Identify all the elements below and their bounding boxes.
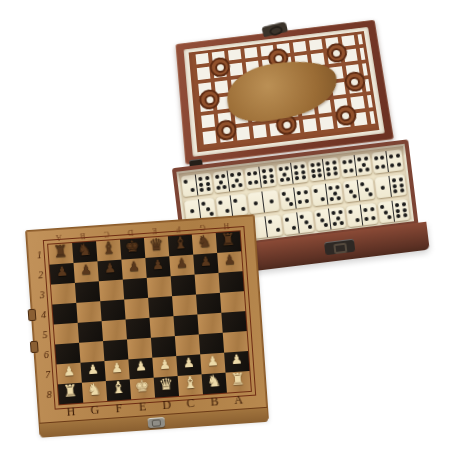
domino-half-3 <box>297 211 314 234</box>
rosette-icon <box>334 104 358 127</box>
pip <box>253 201 257 205</box>
pip <box>282 172 286 176</box>
pip <box>298 200 302 204</box>
pip <box>355 218 359 222</box>
square-f6 <box>103 339 128 361</box>
light-pawn-piece: ♟ <box>182 354 195 373</box>
pip <box>219 180 223 184</box>
pip <box>349 168 353 172</box>
square-b4 <box>196 293 221 315</box>
pip <box>216 185 220 189</box>
pip <box>361 162 365 166</box>
square-b3 <box>195 273 220 295</box>
pip <box>269 174 273 178</box>
pip <box>371 216 375 220</box>
box-clasp-icon <box>324 239 355 256</box>
dark-queen-piece: ♛ <box>149 236 165 255</box>
pip <box>201 202 205 206</box>
pip <box>294 170 298 174</box>
pip <box>400 188 404 192</box>
file-label-top-e: E <box>142 223 167 236</box>
pip <box>375 165 379 169</box>
pip <box>328 186 332 190</box>
pip <box>332 191 336 195</box>
pip <box>191 188 195 192</box>
square-h2: ♟ <box>50 263 75 285</box>
square-h3 <box>51 283 76 305</box>
pip <box>270 179 274 183</box>
domino-tile-3-6 <box>378 199 410 223</box>
pip <box>206 187 210 191</box>
pip <box>348 210 352 214</box>
square-c2: ♟ <box>169 255 194 277</box>
square-d4 <box>148 296 173 318</box>
square-c1: ♝ <box>168 235 193 257</box>
rank-label-6: 6 <box>38 344 54 365</box>
file-label-c: C <box>178 393 203 413</box>
square-b5 <box>197 313 222 335</box>
pip <box>263 174 267 178</box>
rosette-icon <box>199 88 221 110</box>
pip <box>364 187 368 191</box>
pip <box>268 219 272 223</box>
pip <box>329 196 333 200</box>
domino-half-2 <box>231 194 248 217</box>
square-b2: ♟ <box>193 253 218 275</box>
rank-label-3: 3 <box>34 284 50 305</box>
pip <box>331 211 335 215</box>
pip <box>384 210 388 214</box>
dark-rook-piece: ♜ <box>220 231 236 250</box>
light-king-piece: ♚ <box>134 377 150 396</box>
light-pawn-piece: ♟ <box>63 362 76 381</box>
domino-tile-2-3 <box>282 211 314 235</box>
square-c3 <box>171 275 196 297</box>
pip <box>397 163 401 167</box>
square-e4 <box>124 298 149 320</box>
pip <box>392 178 396 182</box>
pip <box>313 189 317 193</box>
chess-grid: ♜♞♝♚♛♝♞♜♟♟♟♟♟♟♟♟♟♟♟♟♟♟♟♟♜♞♝♚♛♝♞♜ <box>47 230 252 405</box>
square-a4 <box>220 291 245 313</box>
pip <box>223 184 227 188</box>
pip <box>343 169 347 173</box>
domino-tile-3-3 <box>343 178 375 202</box>
rank-label-4: 4 <box>35 304 51 325</box>
pip <box>297 191 301 195</box>
pip <box>234 178 238 182</box>
domino-tile-2-4 <box>346 203 378 227</box>
pip <box>345 184 349 188</box>
file-label-top-h: H <box>214 218 239 231</box>
pip <box>276 228 280 232</box>
square-d5 <box>150 316 175 338</box>
domino-half-2 <box>265 214 282 237</box>
light-pawn-piece: ♟ <box>110 359 123 378</box>
pip <box>281 192 285 196</box>
square-a1: ♜ <box>216 231 241 253</box>
dark-pawn-piece: ♟ <box>80 261 93 280</box>
pip <box>340 220 344 224</box>
light-bishop-piece: ♝ <box>182 374 198 393</box>
pip <box>358 168 362 172</box>
pip <box>233 198 237 202</box>
square-b1: ♞ <box>192 233 217 255</box>
square-f1: ♝ <box>96 240 121 262</box>
pip <box>327 172 331 176</box>
light-bishop-piece: ♝ <box>111 379 127 398</box>
file-label-top-a: A <box>46 230 71 243</box>
light-rook-piece: ♜ <box>63 382 79 401</box>
pip <box>285 197 289 201</box>
pip <box>231 183 235 187</box>
pip <box>324 222 328 226</box>
chess-board: ABCDEFGH 12345678 ♜♞♝♚♛♝♞♜♟♟♟♟♟♟♟♟♟♟♟♟♟♟… <box>25 214 269 436</box>
pip <box>199 182 203 186</box>
rank-label-1: 1 <box>31 244 47 265</box>
square-b6 <box>199 333 224 355</box>
pip <box>333 171 337 175</box>
pip <box>254 180 258 184</box>
dark-pawn-piece: ♟ <box>151 256 164 275</box>
file-label-f: F <box>106 398 131 418</box>
dark-king-piece: ♚ <box>125 237 141 256</box>
pip <box>337 195 341 199</box>
pip <box>402 202 406 206</box>
pip <box>263 180 267 184</box>
square-d1: ♛ <box>144 236 169 258</box>
light-knight-piece: ♞ <box>206 372 222 391</box>
pip <box>381 185 385 189</box>
pip <box>333 166 337 170</box>
dark-pawn-piece: ♟ <box>104 259 117 278</box>
pip <box>396 214 400 218</box>
rosette-icon <box>209 56 231 78</box>
rank-label-5: 5 <box>37 324 53 345</box>
pip <box>396 208 400 212</box>
square-c6 <box>175 334 200 356</box>
dark-bishop-piece: ♝ <box>173 234 189 253</box>
board-clasp-icon <box>148 417 166 428</box>
dark-pawn-piece: ♟ <box>56 262 69 281</box>
pip <box>205 207 209 211</box>
dark-knight-piece: ♞ <box>77 241 93 260</box>
square-a5 <box>221 311 246 333</box>
pip <box>390 163 394 167</box>
pip <box>292 226 296 230</box>
board-hinge-icon <box>28 309 37 322</box>
light-pawn-piece: ♟ <box>87 360 100 379</box>
domino-tile-1-6 <box>375 174 407 198</box>
pip <box>200 187 204 191</box>
pip <box>299 215 303 219</box>
light-knight-piece: ♞ <box>87 380 103 399</box>
pip <box>289 201 293 205</box>
dark-knight-piece: ♞ <box>197 232 213 251</box>
pip <box>312 174 316 178</box>
file-label-d: D <box>154 395 179 415</box>
pip <box>303 190 307 194</box>
pip <box>402 208 406 212</box>
pip <box>360 182 364 186</box>
pip <box>304 199 308 203</box>
pip <box>326 167 330 171</box>
pip <box>403 213 407 217</box>
pip <box>332 221 336 225</box>
pip <box>241 207 245 211</box>
pip <box>321 197 325 201</box>
pip <box>311 168 315 172</box>
pip <box>301 175 305 179</box>
square-c5 <box>173 314 198 336</box>
square-h4 <box>52 303 77 325</box>
file-label-e: E <box>130 397 155 417</box>
product-photo: ABCDEFGH 12345678 ♜♞♝♚♛♝♞♜♟♟♟♟♟♟♟♟♟♟♟♟♟♟… <box>0 0 450 450</box>
pip <box>279 177 283 181</box>
pip <box>399 183 403 187</box>
file-label-top-g: G <box>190 220 215 233</box>
square-a6 <box>223 331 248 353</box>
square-f2: ♟ <box>97 260 122 282</box>
square-e1: ♚ <box>120 238 145 260</box>
pip <box>308 224 312 228</box>
pip <box>393 189 397 193</box>
board-hinge-icon <box>30 341 39 354</box>
chess-set: ABCDEFGH 12345678 ♜♞♝♚♛♝♞♜♟♟♟♟♟♟♟♟♟♟♟♟♟♟… <box>25 214 269 436</box>
pip <box>368 192 372 196</box>
domino-tile-3-4 <box>279 186 311 210</box>
domino-half-4 <box>294 186 311 209</box>
domino-box-lid <box>175 20 394 165</box>
pip <box>370 207 374 211</box>
pip <box>365 167 369 171</box>
bronze-plaque <box>223 54 342 128</box>
domino-tile-3-5 <box>314 207 346 231</box>
square-e2: ♟ <box>121 258 146 280</box>
dark-bishop-piece: ♝ <box>101 239 117 258</box>
file-label-a: A <box>226 390 251 410</box>
domino-half-5 <box>329 207 346 230</box>
square-f3 <box>99 280 124 302</box>
file-label-top-c: C <box>94 227 119 240</box>
pip <box>395 203 399 207</box>
pip <box>238 182 242 186</box>
square-e5 <box>126 318 151 340</box>
domino-tile-2-5 <box>311 182 343 206</box>
square-g5 <box>78 321 103 343</box>
pip <box>286 177 290 181</box>
pip <box>380 205 384 209</box>
pip <box>320 218 324 222</box>
pip <box>353 194 357 198</box>
domino-half-1 <box>262 190 279 213</box>
lid-hasp-icon <box>261 21 288 37</box>
file-label-h: H <box>58 402 83 422</box>
rosette-icon <box>325 42 348 64</box>
rank-label-7: 7 <box>40 364 56 385</box>
square-g1: ♞ <box>72 241 97 263</box>
square-h1: ♜ <box>48 243 73 265</box>
light-pawn-piece: ♟ <box>230 350 243 369</box>
dark-pawn-piece: ♟ <box>127 257 140 276</box>
square-a3 <box>219 271 244 293</box>
file-label-top-f: F <box>166 222 191 235</box>
domino-half-5 <box>326 182 343 205</box>
pip <box>318 173 322 177</box>
dark-pawn-piece: ♟ <box>199 252 212 271</box>
light-rook-piece: ♜ <box>230 370 246 389</box>
pip <box>335 185 339 189</box>
square-d6 <box>151 336 176 358</box>
pip <box>248 181 252 185</box>
square-e3 <box>123 278 148 300</box>
dark-pawn-piece: ♟ <box>175 254 188 273</box>
file-label-b: B <box>202 392 227 412</box>
rosette-icon <box>215 119 238 142</box>
pip <box>388 214 392 218</box>
lid-inner-border <box>184 27 385 157</box>
rosette-icon <box>343 71 366 93</box>
file-label-g: G <box>82 400 107 420</box>
pip <box>338 210 342 214</box>
pip <box>295 176 299 180</box>
fretwork-panel <box>189 31 380 152</box>
square-f4 <box>100 300 125 322</box>
light-pawn-piece: ♟ <box>206 352 219 371</box>
pip <box>393 184 397 188</box>
light-pawn-piece: ♟ <box>158 355 171 374</box>
square-g3 <box>75 281 100 303</box>
square-g2: ♟ <box>73 261 98 283</box>
rank-label-2: 2 <box>33 264 49 285</box>
pip <box>301 170 305 174</box>
square-h6 <box>55 343 80 365</box>
light-queen-piece: ♛ <box>158 375 174 394</box>
pip <box>364 217 368 221</box>
pip <box>363 208 367 212</box>
pip <box>349 189 353 193</box>
domino-half-6 <box>389 174 406 197</box>
domino-tile-1-1 <box>247 190 279 214</box>
square-d3 <box>147 276 172 298</box>
pip <box>285 217 289 221</box>
square-h5 <box>54 323 79 345</box>
domino-half-3 <box>358 178 375 201</box>
dark-rook-piece: ♜ <box>53 242 69 261</box>
dark-pawn-piece: ♟ <box>223 251 236 270</box>
square-d2: ♟ <box>145 256 170 278</box>
pip <box>399 178 403 182</box>
square-f5 <box>102 319 127 341</box>
pip <box>210 211 214 215</box>
square-c4 <box>172 295 197 317</box>
pip <box>218 200 222 204</box>
file-label-top-b: B <box>70 228 95 241</box>
square-a2: ♟ <box>217 251 242 273</box>
square-g6 <box>79 341 104 363</box>
pip <box>381 164 385 168</box>
pip <box>304 220 308 224</box>
pip <box>269 199 273 203</box>
rank-label-8: 8 <box>41 384 57 405</box>
pip <box>206 181 210 185</box>
pip <box>317 168 321 172</box>
pip <box>335 216 339 220</box>
pip <box>316 213 320 217</box>
domino-half-4 <box>361 203 378 226</box>
light-pawn-piece: ♟ <box>134 357 147 376</box>
domino-half-6 <box>392 199 409 222</box>
square-g4 <box>76 301 101 323</box>
pip <box>225 209 229 213</box>
file-label-top-d: D <box>118 225 143 238</box>
pip <box>190 208 194 212</box>
square-e6 <box>127 338 152 360</box>
